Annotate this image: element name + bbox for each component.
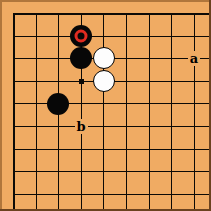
circle-marker-icon: [75, 29, 88, 42]
stone-black: [70, 47, 92, 69]
go-board-diagram: ab: [0, 0, 211, 211]
frame-top: [0, 0, 211, 2]
stone-black: [47, 93, 69, 115]
frame-left: [0, 0, 2, 211]
star-point: [79, 79, 84, 84]
frame-bottom: [0, 209, 211, 211]
stone-white: [93, 70, 115, 92]
point-label-a: a: [188, 51, 200, 66]
stone-white: [93, 47, 115, 69]
stone-black-circled: [70, 25, 92, 47]
board-grid: ab: [2, 2, 205, 205]
point-label-b: b: [75, 119, 88, 134]
frame-right: [209, 0, 211, 211]
